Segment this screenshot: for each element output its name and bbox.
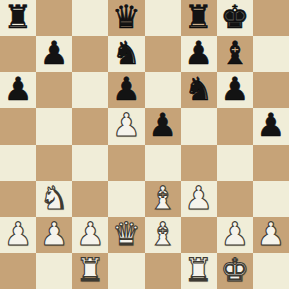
square-f1[interactable]: ♜ bbox=[181, 253, 217, 289]
square-f2[interactable] bbox=[181, 217, 217, 253]
piece-black-pawn[interactable]: ♟ bbox=[220, 73, 249, 105]
piece-black-pawn[interactable]: ♟ bbox=[184, 37, 213, 69]
square-d6[interactable]: ♟ bbox=[108, 72, 144, 108]
piece-white-king[interactable]: ♚ bbox=[220, 254, 249, 286]
square-e3[interactable]: ♝ bbox=[145, 181, 181, 217]
square-g8[interactable]: ♚ bbox=[217, 0, 253, 36]
square-c4[interactable] bbox=[72, 145, 108, 181]
piece-black-knight[interactable]: ♞ bbox=[184, 73, 213, 105]
square-h7[interactable] bbox=[253, 36, 289, 72]
piece-white-queen[interactable]: ♛ bbox=[112, 218, 141, 250]
square-h1[interactable] bbox=[253, 253, 289, 289]
square-d8[interactable]: ♛ bbox=[108, 0, 144, 36]
square-g1[interactable]: ♚ bbox=[217, 253, 253, 289]
square-h4[interactable] bbox=[253, 145, 289, 181]
piece-black-rook[interactable]: ♜ bbox=[184, 1, 213, 33]
piece-white-pawn[interactable]: ♟ bbox=[220, 218, 249, 250]
square-a1[interactable] bbox=[0, 253, 36, 289]
square-e7[interactable] bbox=[145, 36, 181, 72]
chess-board: ♜♛♜♚♟♞♟♝♟♟♞♟♟♟♟♞♝♟♟♟♟♛♝♟♟♜♜♚ bbox=[0, 0, 289, 289]
square-e8[interactable] bbox=[145, 0, 181, 36]
square-a6[interactable]: ♟ bbox=[0, 72, 36, 108]
piece-white-pawn[interactable]: ♟ bbox=[4, 218, 33, 250]
piece-black-pawn[interactable]: ♟ bbox=[257, 109, 286, 141]
piece-white-pawn[interactable]: ♟ bbox=[76, 218, 105, 250]
square-d4[interactable] bbox=[108, 145, 144, 181]
square-a3[interactable] bbox=[0, 181, 36, 217]
piece-black-knight[interactable]: ♞ bbox=[112, 37, 141, 69]
square-b5[interactable] bbox=[36, 108, 72, 144]
square-a5[interactable] bbox=[0, 108, 36, 144]
square-h6[interactable] bbox=[253, 72, 289, 108]
square-c1[interactable]: ♜ bbox=[72, 253, 108, 289]
piece-black-queen[interactable]: ♛ bbox=[112, 1, 141, 33]
piece-white-bishop[interactable]: ♝ bbox=[148, 218, 177, 250]
square-b4[interactable] bbox=[36, 145, 72, 181]
square-g4[interactable] bbox=[217, 145, 253, 181]
square-f5[interactable] bbox=[181, 108, 217, 144]
square-g6[interactable]: ♟ bbox=[217, 72, 253, 108]
piece-white-rook[interactable]: ♜ bbox=[76, 254, 105, 286]
square-a2[interactable]: ♟ bbox=[0, 217, 36, 253]
square-e4[interactable] bbox=[145, 145, 181, 181]
piece-black-rook[interactable]: ♜ bbox=[4, 1, 33, 33]
square-d5[interactable]: ♟ bbox=[108, 108, 144, 144]
square-f6[interactable]: ♞ bbox=[181, 72, 217, 108]
piece-white-knight[interactable]: ♞ bbox=[40, 182, 69, 214]
square-g7[interactable]: ♝ bbox=[217, 36, 253, 72]
piece-white-bishop[interactable]: ♝ bbox=[148, 182, 177, 214]
piece-black-pawn[interactable]: ♟ bbox=[40, 37, 69, 69]
square-a8[interactable]: ♜ bbox=[0, 0, 36, 36]
square-b7[interactable]: ♟ bbox=[36, 36, 72, 72]
piece-black-bishop[interactable]: ♝ bbox=[220, 37, 249, 69]
square-e1[interactable] bbox=[145, 253, 181, 289]
square-h8[interactable] bbox=[253, 0, 289, 36]
square-h2[interactable]: ♟ bbox=[253, 217, 289, 253]
piece-black-pawn[interactable]: ♟ bbox=[4, 73, 33, 105]
square-b3[interactable]: ♞ bbox=[36, 181, 72, 217]
square-c3[interactable] bbox=[72, 181, 108, 217]
chess-board-container: ♜♛♜♚♟♞♟♝♟♟♞♟♟♟♟♞♝♟♟♟♟♛♝♟♟♜♜♚ bbox=[0, 0, 289, 289]
piece-black-pawn[interactable]: ♟ bbox=[148, 109, 177, 141]
square-e5[interactable]: ♟ bbox=[145, 108, 181, 144]
square-b8[interactable] bbox=[36, 0, 72, 36]
square-f3[interactable]: ♟ bbox=[181, 181, 217, 217]
square-f4[interactable] bbox=[181, 145, 217, 181]
piece-white-rook[interactable]: ♜ bbox=[184, 254, 213, 286]
piece-white-pawn[interactable]: ♟ bbox=[257, 218, 286, 250]
square-b2[interactable]: ♟ bbox=[36, 217, 72, 253]
square-a7[interactable] bbox=[0, 36, 36, 72]
square-d2[interactable]: ♛ bbox=[108, 217, 144, 253]
square-c6[interactable] bbox=[72, 72, 108, 108]
square-h3[interactable] bbox=[253, 181, 289, 217]
square-f7[interactable]: ♟ bbox=[181, 36, 217, 72]
square-a4[interactable] bbox=[0, 145, 36, 181]
square-b6[interactable] bbox=[36, 72, 72, 108]
square-e6[interactable] bbox=[145, 72, 181, 108]
piece-white-pawn[interactable]: ♟ bbox=[184, 182, 213, 214]
square-g2[interactable]: ♟ bbox=[217, 217, 253, 253]
square-c5[interactable] bbox=[72, 108, 108, 144]
square-c7[interactable] bbox=[72, 36, 108, 72]
square-c2[interactable]: ♟ bbox=[72, 217, 108, 253]
square-g5[interactable] bbox=[217, 108, 253, 144]
square-h5[interactable]: ♟ bbox=[253, 108, 289, 144]
square-g3[interactable] bbox=[217, 181, 253, 217]
square-b1[interactable] bbox=[36, 253, 72, 289]
piece-black-king[interactable]: ♚ bbox=[220, 1, 249, 33]
piece-white-pawn[interactable]: ♟ bbox=[40, 218, 69, 250]
square-d3[interactable] bbox=[108, 181, 144, 217]
square-c8[interactable] bbox=[72, 0, 108, 36]
square-d1[interactable] bbox=[108, 253, 144, 289]
square-f8[interactable]: ♜ bbox=[181, 0, 217, 36]
piece-black-pawn[interactable]: ♟ bbox=[112, 73, 141, 105]
square-d7[interactable]: ♞ bbox=[108, 36, 144, 72]
square-e2[interactable]: ♝ bbox=[145, 217, 181, 253]
piece-white-pawn[interactable]: ♟ bbox=[112, 109, 141, 141]
